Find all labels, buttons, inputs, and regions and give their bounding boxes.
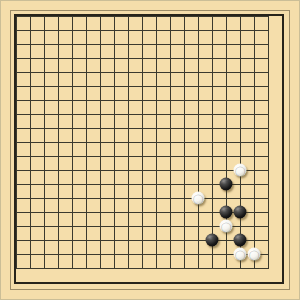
go-app-window: ○●○●●○●●○○ [0, 0, 300, 300]
go-board-grid[interactable] [16, 16, 269, 269]
